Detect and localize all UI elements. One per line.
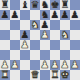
square-g1[interactable]: ♚ [60, 70, 70, 80]
square-h8[interactable] [70, 0, 80, 10]
square-c2[interactable] [20, 60, 30, 70]
square-b5[interactable] [10, 30, 20, 40]
square-a1[interactable]: ♜ [0, 70, 10, 80]
piece-black-pawn[interactable]: ♟ [11, 10, 20, 20]
square-b2[interactable]: ♟ [10, 60, 20, 70]
square-e8[interactable]: ♞ [40, 0, 50, 10]
piece-black-pawn[interactable]: ♟ [51, 10, 60, 20]
square-e5[interactable]: ♟ [40, 30, 50, 40]
chess-board: ♜♝♛♞♚♜♟♟♞♟♟♟♞♟♟♟♞♟♟♟♟♟♟♟♜♛♜♚ [0, 0, 80, 80]
square-d7[interactable] [30, 10, 40, 20]
square-d1[interactable]: ♛ [30, 70, 40, 80]
square-f6[interactable] [50, 20, 60, 30]
square-h2[interactable]: ♟ [70, 60, 80, 70]
piece-black-king[interactable]: ♚ [51, 0, 60, 10]
square-d6[interactable]: ♞ [30, 20, 40, 30]
piece-black-knight[interactable]: ♞ [41, 0, 50, 10]
piece-black-rook[interactable]: ♜ [1, 0, 10, 10]
square-g6[interactable] [60, 20, 70, 30]
square-e1[interactable] [40, 70, 50, 80]
square-b4[interactable] [10, 40, 20, 50]
piece-black-pawn[interactable]: ♟ [1, 10, 10, 20]
piece-white-pawn[interactable]: ♟ [71, 60, 80, 70]
square-a3[interactable] [0, 50, 10, 60]
piece-black-pawn[interactable]: ♟ [21, 30, 30, 40]
square-f8[interactable]: ♚ [50, 0, 60, 10]
square-g5[interactable]: ♞ [60, 30, 70, 40]
square-e7[interactable]: ♞ [40, 10, 50, 20]
square-a2[interactable]: ♟ [0, 60, 10, 70]
square-f7[interactable]: ♟ [50, 10, 60, 20]
square-b3[interactable] [10, 50, 20, 60]
square-g3[interactable] [60, 50, 70, 60]
square-b7[interactable]: ♟ [10, 10, 20, 20]
square-d5[interactable] [30, 30, 40, 40]
square-b6[interactable] [10, 20, 20, 30]
piece-white-pawn[interactable]: ♟ [1, 60, 10, 70]
piece-black-pawn[interactable]: ♟ [61, 10, 70, 20]
piece-black-bishop[interactable]: ♝ [21, 0, 30, 10]
square-h6[interactable] [70, 20, 80, 30]
square-g4[interactable] [60, 40, 70, 50]
square-c8[interactable]: ♝ [20, 0, 30, 10]
square-c6[interactable] [20, 20, 30, 30]
piece-white-pawn[interactable]: ♟ [51, 60, 60, 70]
square-d4[interactable] [30, 40, 40, 50]
square-h4[interactable] [70, 40, 80, 50]
square-a5[interactable] [0, 30, 10, 40]
square-e2[interactable]: ♟ [40, 60, 50, 70]
square-f1[interactable]: ♜ [50, 70, 60, 80]
piece-white-pawn[interactable]: ♟ [41, 60, 50, 70]
square-b8[interactable] [10, 0, 20, 10]
piece-black-queen[interactable]: ♛ [31, 0, 40, 10]
square-c3[interactable] [20, 50, 30, 60]
square-h7[interactable]: ♟ [70, 10, 80, 20]
square-c7[interactable] [20, 10, 30, 20]
piece-white-queen[interactable]: ♛ [31, 70, 40, 80]
square-b1[interactable] [10, 70, 20, 80]
square-c5[interactable]: ♟ [20, 30, 30, 40]
piece-black-pawn[interactable]: ♟ [71, 10, 80, 20]
square-d2[interactable] [30, 60, 40, 70]
square-d3[interactable] [30, 50, 40, 60]
piece-black-knight[interactable]: ♞ [41, 10, 50, 20]
square-f3[interactable] [50, 50, 60, 60]
piece-white-pawn[interactable]: ♟ [41, 30, 50, 40]
square-f5[interactable] [50, 30, 60, 40]
square-g8[interactable]: ♜ [60, 0, 70, 10]
piece-white-pawn[interactable]: ♟ [21, 40, 30, 50]
square-h5[interactable] [70, 30, 80, 40]
square-g2[interactable]: ♟ [60, 60, 70, 70]
square-a6[interactable] [0, 20, 10, 30]
piece-white-pawn[interactable]: ♟ [11, 60, 20, 70]
square-c4[interactable]: ♟ [20, 40, 30, 50]
piece-white-knight[interactable]: ♞ [61, 30, 70, 40]
square-d8[interactable]: ♛ [30, 0, 40, 10]
piece-white-king[interactable]: ♚ [61, 70, 70, 80]
piece-white-pawn[interactable]: ♟ [61, 60, 70, 70]
square-h1[interactable] [70, 70, 80, 80]
square-f2[interactable]: ♟ [50, 60, 60, 70]
square-e3[interactable] [40, 50, 50, 60]
piece-black-pawn[interactable]: ♟ [41, 20, 50, 30]
piece-white-knight[interactable]: ♞ [31, 20, 40, 30]
piece-white-rook[interactable]: ♜ [1, 70, 10, 80]
square-a7[interactable]: ♟ [0, 10, 10, 20]
square-a4[interactable] [0, 40, 10, 50]
square-e4[interactable] [40, 40, 50, 50]
square-e6[interactable]: ♟ [40, 20, 50, 30]
square-f4[interactable] [50, 40, 60, 50]
square-c1[interactable] [20, 70, 30, 80]
square-g7[interactable]: ♟ [60, 10, 70, 20]
square-h3[interactable] [70, 50, 80, 60]
piece-white-rook[interactable]: ♜ [51, 70, 60, 80]
square-a8[interactable]: ♜ [0, 0, 10, 10]
piece-black-rook[interactable]: ♜ [61, 0, 70, 10]
